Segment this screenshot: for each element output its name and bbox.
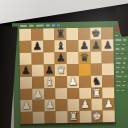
- piece-black-pawn-h7: ♟: [103, 39, 113, 51]
- piece-white-rook-g3: ♜: [92, 87, 102, 99]
- square-c8[interactable]: [43, 28, 55, 40]
- square-d4[interactable]: [55, 76, 67, 88]
- piece-black-pawn-g7: ♟: [91, 39, 101, 51]
- square-f8[interactable]: [78, 28, 90, 40]
- square-a5[interactable]: ♟: [20, 64, 32, 76]
- square-f5[interactable]: [79, 63, 91, 75]
- move-list-sidebar: [114, 25, 128, 128]
- piece-white-pawn-c2: ♟: [45, 100, 55, 112]
- piece-white-pawn-f2: ♟: [80, 99, 90, 111]
- square-g2[interactable]: [91, 99, 103, 111]
- move-text-dash: [115, 44, 120, 45]
- toolbar-icon[interactable]: [57, 24, 60, 27]
- piece-black-pawn-a5: ♟: [21, 64, 31, 76]
- toolbar-icon[interactable]: [52, 24, 55, 27]
- square-e1[interactable]: ♜: [68, 111, 80, 123]
- move-text-dash: [116, 62, 121, 63]
- move-text-dash: [121, 48, 124, 49]
- square-d7[interactable]: ♝: [55, 40, 67, 52]
- square-g3[interactable]: ♜: [91, 87, 103, 99]
- square-e8[interactable]: [66, 28, 78, 40]
- toolbar-text-dash: [20, 25, 27, 27]
- piece-black-knight-g4: ♞: [92, 75, 102, 87]
- square-f3[interactable]: [79, 87, 91, 99]
- move-text-dash: [123, 39, 126, 40]
- piece-white-pawn-a2: ♟: [22, 100, 32, 112]
- piece-white-pawn-h2: ♟: [104, 99, 114, 111]
- move-text-dash: [116, 53, 119, 54]
- piece-black-pawn-b7: ♟: [32, 40, 42, 52]
- square-e5[interactable]: [67, 64, 79, 76]
- square-b2[interactable]: [32, 100, 44, 112]
- piece-black-queen-f6: ♛: [79, 52, 89, 64]
- move-text-dash: [116, 76, 122, 77]
- board-shadow: [20, 122, 116, 128]
- piece-black-king-g8: ♚: [91, 28, 101, 40]
- square-b4[interactable]: [32, 76, 44, 88]
- square-f6[interactable]: ♛: [78, 52, 90, 64]
- square-c2[interactable]: ♟: [44, 100, 56, 112]
- move-text-dash: [120, 71, 123, 72]
- move-text-dash: [115, 39, 121, 40]
- square-h5[interactable]: [102, 63, 114, 75]
- move-text-dash: [116, 81, 121, 82]
- move-text-dash: [121, 67, 124, 68]
- square-h1[interactable]: [103, 111, 115, 123]
- square-c7[interactable]: [43, 40, 55, 52]
- square-b8[interactable]: [31, 29, 43, 41]
- piece-black-pawn-c5: ♟: [44, 64, 54, 76]
- square-b3[interactable]: ♟: [32, 88, 44, 100]
- move-list-row[interactable]: [115, 88, 128, 93]
- square-a4[interactable]: [20, 76, 32, 88]
- square-g5[interactable]: [90, 63, 102, 75]
- square-h4[interactable]: [102, 75, 114, 87]
- piece-white-rook-e1: ♜: [69, 111, 79, 123]
- square-a8[interactable]: [19, 29, 31, 41]
- move-text-dash: [116, 85, 120, 86]
- move-text-dash: [116, 58, 122, 59]
- square-c4[interactable]: ♝: [43, 76, 55, 88]
- square-d1[interactable]: [56, 111, 68, 123]
- chess-app-screen: ♜♚♟♝♟♟♟♟♛♟♟♛♝♟♞♟♜♟♟♟♟♜♚: [12, 21, 128, 128]
- square-b5[interactable]: [32, 64, 44, 76]
- square-b1[interactable]: [32, 112, 44, 124]
- square-g7[interactable]: ♟: [90, 39, 102, 51]
- square-f4[interactable]: [79, 75, 91, 87]
- square-h6[interactable]: [102, 51, 114, 63]
- move-text-dash: [115, 48, 119, 49]
- toolbar-text-dash: [46, 25, 50, 27]
- square-d5[interactable]: ♛: [55, 64, 67, 76]
- square-a3[interactable]: [20, 88, 32, 100]
- square-g6[interactable]: [90, 51, 102, 63]
- square-a7[interactable]: [19, 41, 31, 53]
- square-d2[interactable]: [56, 100, 68, 112]
- square-e7[interactable]: [66, 40, 78, 52]
- square-f1[interactable]: [79, 111, 91, 123]
- move-text-dash: [122, 44, 125, 45]
- square-e2[interactable]: [67, 99, 79, 111]
- piece-white-pawn-b3: ♟: [33, 88, 43, 100]
- square-h7[interactable]: ♟: [102, 39, 114, 51]
- move-text-dash: [121, 90, 124, 91]
- square-c5[interactable]: ♟: [43, 64, 55, 76]
- square-f7[interactable]: ♟: [78, 40, 90, 52]
- square-c3[interactable]: [44, 88, 56, 100]
- move-text-dash: [122, 85, 125, 86]
- square-g8[interactable]: ♚: [90, 27, 102, 39]
- chess-board: ♜♚♟♝♟♟♟♟♛♟♟♛♝♟♞♟♜♟♟♟♟♜♚: [19, 27, 115, 124]
- square-c1[interactable]: [44, 112, 56, 124]
- square-f2[interactable]: ♟: [79, 99, 91, 111]
- move-text-dash: [116, 71, 119, 72]
- square-d3[interactable]: [55, 88, 67, 100]
- square-a6[interactable]: [20, 53, 32, 65]
- move-text-dash: [116, 67, 120, 68]
- move-text-dash: [123, 57, 126, 58]
- square-e6[interactable]: [67, 52, 79, 64]
- toolbar-text-dash: [36, 25, 44, 27]
- square-d8[interactable]: ♜: [54, 28, 66, 40]
- square-e4[interactable]: ♟: [67, 76, 79, 88]
- square-b6[interactable]: [31, 52, 43, 64]
- move-text-dash: [115, 35, 118, 36]
- square-a1[interactable]: [21, 112, 33, 124]
- square-g1[interactable]: ♚: [91, 111, 103, 123]
- piece-white-bishop-c4: ♝: [45, 76, 55, 88]
- piece-black-pawn-d6: ♟: [56, 52, 66, 64]
- square-a2[interactable]: ♟: [20, 100, 32, 112]
- piece-white-pawn-e4: ♟: [68, 76, 78, 88]
- square-c6[interactable]: [43, 52, 55, 64]
- square-d6[interactable]: ♟: [55, 52, 67, 64]
- toolbar-text-dash: [29, 25, 34, 27]
- square-h2[interactable]: ♟: [103, 99, 115, 111]
- move-text-dash: [120, 53, 123, 54]
- move-text-dash: [122, 62, 125, 63]
- move-text-dash: [116, 90, 119, 91]
- move-text-dash: [123, 80, 126, 81]
- piece-white-king-g1: ♚: [92, 111, 102, 123]
- square-g4[interactable]: ♞: [90, 75, 102, 87]
- square-h8[interactable]: [101, 27, 113, 39]
- piece-black-rook-d8: ♜: [56, 28, 66, 40]
- piece-black-bishop-d7: ♝: [56, 40, 66, 52]
- square-h3[interactable]: [102, 87, 114, 99]
- piece-black-pawn-f7: ♟: [79, 40, 89, 52]
- square-b7[interactable]: ♟: [31, 40, 43, 52]
- square-e3[interactable]: [67, 87, 79, 99]
- piece-white-queen-d5: ♛: [56, 64, 66, 76]
- move-text-dash: [123, 76, 126, 77]
